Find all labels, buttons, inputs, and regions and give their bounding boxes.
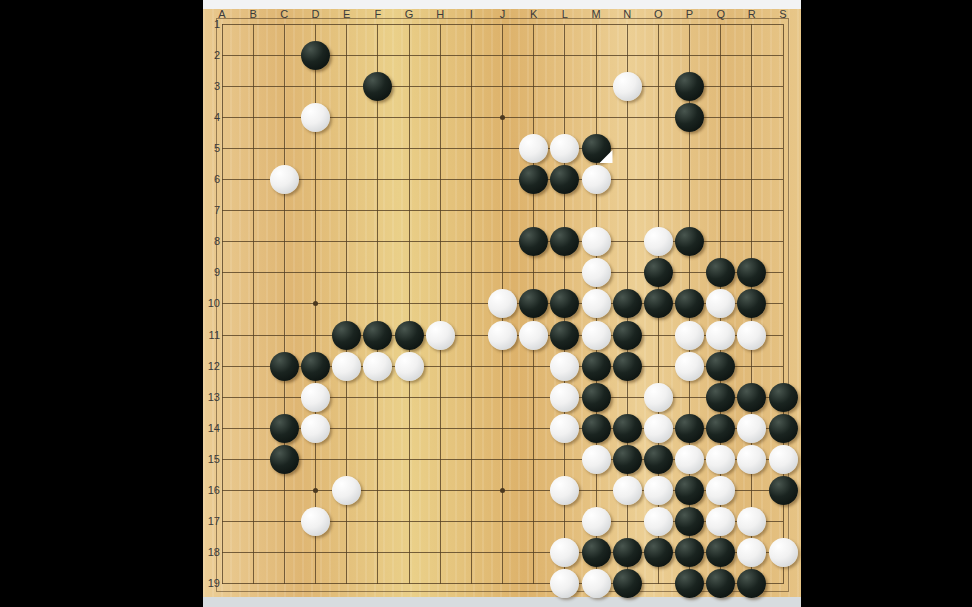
row-label-18: 18 (203, 546, 222, 559)
stone-black-O15[interactable] (644, 445, 673, 474)
row-label-5: 5 (203, 142, 222, 155)
stone-white-M6[interactable] (582, 165, 611, 194)
stone-black-Q13[interactable] (706, 383, 735, 412)
window-bottom-strip (203, 597, 801, 607)
stone-black-N14[interactable] (613, 414, 642, 443)
stone-black-M14[interactable] (582, 414, 611, 443)
stone-black-S13[interactable] (769, 383, 798, 412)
stone-black-K6[interactable] (519, 165, 548, 194)
stone-white-S15[interactable] (769, 445, 798, 474)
stone-black-L11[interactable] (550, 321, 579, 350)
go-app-window: ABCDEFGHIJKLMNOPQRS123456789101112131415… (203, 0, 801, 607)
stone-white-O17[interactable] (644, 507, 673, 536)
stone-white-J11[interactable] (488, 321, 517, 350)
row-label-6: 6 (203, 173, 222, 186)
stone-black-P4[interactable] (675, 103, 704, 132)
stone-white-C6[interactable] (270, 165, 299, 194)
stone-white-D4[interactable] (301, 103, 330, 132)
stone-white-L13[interactable] (550, 383, 579, 412)
stone-black-F3[interactable] (363, 72, 392, 101)
stone-black-Q14[interactable] (706, 414, 735, 443)
stone-black-N10[interactable] (613, 289, 642, 318)
stone-black-F11[interactable] (363, 321, 392, 350)
stone-white-D13[interactable] (301, 383, 330, 412)
row-label-7: 7 (203, 204, 222, 217)
column-label-I: I (463, 8, 479, 21)
stone-white-K11[interactable] (519, 321, 548, 350)
row-label-11: 11 (203, 329, 222, 342)
stone-white-P15[interactable] (675, 445, 704, 474)
stone-white-Q11[interactable] (706, 321, 735, 350)
column-label-H: H (432, 8, 448, 21)
stone-white-O8[interactable] (644, 227, 673, 256)
stone-white-F12[interactable] (363, 352, 392, 381)
column-label-L: L (557, 8, 573, 21)
stone-black-D2[interactable] (301, 41, 330, 70)
row-label-9: 9 (203, 266, 222, 279)
column-label-D: D (308, 8, 324, 21)
stone-black-P14[interactable] (675, 414, 704, 443)
stone-white-D14[interactable] (301, 414, 330, 443)
stone-white-N3[interactable] (613, 72, 642, 101)
stone-black-P3[interactable] (675, 72, 704, 101)
stone-white-N16[interactable] (613, 476, 642, 505)
stone-white-K5[interactable] (519, 134, 548, 163)
stone-white-P11[interactable] (675, 321, 704, 350)
stone-black-S16[interactable] (769, 476, 798, 505)
row-label-3: 3 (203, 80, 222, 93)
stone-white-M15[interactable] (582, 445, 611, 474)
screen: ABCDEFGHIJKLMNOPQRS123456789101112131415… (0, 0, 972, 607)
stone-white-Q15[interactable] (706, 445, 735, 474)
stone-white-R11[interactable] (737, 321, 766, 350)
right-black-bar (801, 0, 972, 607)
stone-white-G12[interactable] (395, 352, 424, 381)
stone-black-D12[interactable] (301, 352, 330, 381)
stone-black-M18[interactable] (582, 538, 611, 567)
stone-white-M19[interactable] (582, 569, 611, 598)
column-label-K: K (526, 8, 542, 21)
stone-black-R13[interactable] (737, 383, 766, 412)
column-label-N: N (619, 8, 635, 21)
stone-white-S18[interactable] (769, 538, 798, 567)
row-label-16: 16 (203, 484, 222, 497)
column-label-B: B (245, 8, 261, 21)
stone-white-E12[interactable] (332, 352, 361, 381)
stone-white-P12[interactable] (675, 352, 704, 381)
row-label-17: 17 (203, 515, 222, 528)
stone-white-O14[interactable] (644, 414, 673, 443)
stone-black-E11[interactable] (332, 321, 361, 350)
stone-black-Q12[interactable] (706, 352, 735, 381)
column-label-C: C (276, 8, 292, 21)
stone-black-M13[interactable] (582, 383, 611, 412)
stone-black-C15[interactable] (270, 445, 299, 474)
row-label-8: 8 (203, 235, 222, 248)
stone-white-H11[interactable] (426, 321, 455, 350)
stone-black-G11[interactable] (395, 321, 424, 350)
stone-black-O9[interactable] (644, 258, 673, 287)
stone-white-M11[interactable] (582, 321, 611, 350)
stone-white-M17[interactable] (582, 507, 611, 536)
stone-white-M9[interactable] (582, 258, 611, 287)
star-point-J4 (500, 115, 505, 120)
stone-black-O18[interactable] (644, 538, 673, 567)
stone-black-M12[interactable] (582, 352, 611, 381)
row-label-12: 12 (203, 360, 222, 373)
stone-black-N12[interactable] (613, 352, 642, 381)
stone-white-M10[interactable] (582, 289, 611, 318)
row-label-4: 4 (203, 111, 222, 124)
column-label-P: P (682, 8, 698, 21)
column-label-E: E (339, 8, 355, 21)
row-label-15: 15 (203, 453, 222, 466)
stone-black-C14[interactable] (270, 414, 299, 443)
stone-white-O13[interactable] (644, 383, 673, 412)
stone-black-N19[interactable] (613, 569, 642, 598)
stone-black-P16[interactable] (675, 476, 704, 505)
column-label-O: O (650, 8, 666, 21)
stone-white-O16[interactable] (644, 476, 673, 505)
row-label-10: 10 (203, 297, 222, 310)
stone-white-M8[interactable] (582, 227, 611, 256)
column-label-S: S (775, 8, 791, 21)
stone-black-N18[interactable] (613, 538, 642, 567)
column-label-R: R (744, 8, 760, 21)
column-label-J: J (495, 8, 511, 21)
row-label-19: 19 (203, 577, 222, 590)
left-black-bar (0, 0, 203, 607)
stone-black-S14[interactable] (769, 414, 798, 443)
stone-black-N15[interactable] (613, 445, 642, 474)
stone-black-M5[interactable] (582, 134, 611, 163)
column-label-G: G (401, 8, 417, 21)
stone-black-N11[interactable] (613, 321, 642, 350)
row-label-2: 2 (203, 49, 222, 62)
row-label-14: 14 (203, 422, 222, 435)
column-label-Q: Q (713, 8, 729, 21)
stone-black-C12[interactable] (270, 352, 299, 381)
column-label-M: M (588, 8, 604, 21)
row-label-13: 13 (203, 391, 222, 404)
row-label-1: 1 (203, 18, 222, 31)
stone-white-L12[interactable] (550, 352, 579, 381)
column-label-F: F (370, 8, 386, 21)
